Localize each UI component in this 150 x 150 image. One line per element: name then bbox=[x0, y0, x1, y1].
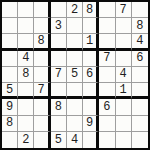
empty-cell-r4c3[interactable] bbox=[34, 51, 50, 67]
given-cell-r1c8: 7 bbox=[116, 2, 132, 18]
given-cell-r6c8: 1 bbox=[116, 83, 132, 99]
given-cell-r5c5: 5 bbox=[67, 67, 83, 83]
empty-cell-r1c9[interactable] bbox=[132, 2, 148, 18]
given-cell-r3c6: 1 bbox=[83, 34, 99, 50]
given-cell-r8c6: 9 bbox=[83, 116, 99, 132]
empty-cell-r2c2[interactable] bbox=[18, 18, 34, 34]
empty-cell-r9c8[interactable] bbox=[116, 132, 132, 148]
empty-cell-r4c1[interactable] bbox=[2, 51, 18, 67]
empty-cell-r5c3[interactable] bbox=[34, 67, 50, 83]
empty-cell-r1c4[interactable] bbox=[51, 2, 67, 18]
empty-cell-r7c9[interactable] bbox=[132, 99, 148, 115]
empty-cell-r8c5[interactable] bbox=[67, 116, 83, 132]
given-cell-r4c2: 4 bbox=[18, 51, 34, 67]
empty-cell-r4c4[interactable] bbox=[51, 51, 67, 67]
empty-cell-r7c5[interactable] bbox=[67, 99, 83, 115]
given-cell-r9c4: 5 bbox=[51, 132, 67, 148]
empty-cell-r1c3[interactable] bbox=[34, 2, 50, 18]
empty-cell-r7c8[interactable] bbox=[116, 99, 132, 115]
given-cell-r2c4: 3 bbox=[51, 18, 67, 34]
empty-cell-r9c7[interactable] bbox=[99, 132, 115, 148]
empty-cell-r5c1[interactable] bbox=[2, 67, 18, 83]
empty-cell-r2c3[interactable] bbox=[34, 18, 50, 34]
empty-cell-r8c9[interactable] bbox=[132, 116, 148, 132]
given-cell-r3c9: 4 bbox=[132, 34, 148, 50]
empty-cell-r2c6[interactable] bbox=[83, 18, 99, 34]
empty-cell-r8c8[interactable] bbox=[116, 116, 132, 132]
empty-cell-r7c3[interactable] bbox=[34, 99, 50, 115]
empty-cell-r8c7[interactable] bbox=[99, 116, 115, 132]
empty-cell-r8c4[interactable] bbox=[51, 116, 67, 132]
empty-cell-r1c1[interactable] bbox=[2, 2, 18, 18]
given-cell-r4c9: 6 bbox=[132, 51, 148, 67]
given-cell-r9c2: 2 bbox=[18, 132, 34, 148]
empty-cell-r4c5[interactable] bbox=[67, 51, 83, 67]
empty-cell-r3c1[interactable] bbox=[2, 34, 18, 50]
sudoku-grid: 287388144768756457198689254 bbox=[2, 2, 148, 148]
empty-cell-r9c1[interactable] bbox=[2, 132, 18, 148]
empty-cell-r9c9[interactable] bbox=[132, 132, 148, 148]
given-cell-r2c9: 8 bbox=[132, 18, 148, 34]
empty-cell-r3c8[interactable] bbox=[116, 34, 132, 50]
empty-cell-r6c6[interactable] bbox=[83, 83, 99, 99]
empty-cell-r2c8[interactable] bbox=[116, 18, 132, 34]
empty-cell-r7c2[interactable] bbox=[18, 99, 34, 115]
empty-cell-r1c7[interactable] bbox=[99, 2, 115, 18]
empty-cell-r6c4[interactable] bbox=[51, 83, 67, 99]
given-cell-r5c6: 6 bbox=[83, 67, 99, 83]
sudoku-board: 287388144768756457198689254 bbox=[0, 0, 150, 150]
given-cell-r7c7: 6 bbox=[99, 99, 115, 115]
empty-cell-r9c3[interactable] bbox=[34, 132, 50, 148]
given-cell-r6c1: 5 bbox=[2, 83, 18, 99]
empty-cell-r6c7[interactable] bbox=[99, 83, 115, 99]
given-cell-r1c5: 2 bbox=[67, 2, 83, 18]
empty-cell-r3c4[interactable] bbox=[51, 34, 67, 50]
empty-cell-r8c2[interactable] bbox=[18, 116, 34, 132]
empty-cell-r5c9[interactable] bbox=[132, 67, 148, 83]
empty-cell-r2c7[interactable] bbox=[99, 18, 115, 34]
empty-cell-r6c9[interactable] bbox=[132, 83, 148, 99]
empty-cell-r9c6[interactable] bbox=[83, 132, 99, 148]
empty-cell-r2c1[interactable] bbox=[2, 18, 18, 34]
given-cell-r6c3: 7 bbox=[34, 83, 50, 99]
empty-cell-r8c3[interactable] bbox=[34, 116, 50, 132]
given-cell-r3c3: 8 bbox=[34, 34, 50, 50]
empty-cell-r3c5[interactable] bbox=[67, 34, 83, 50]
given-cell-r5c4: 7 bbox=[51, 67, 67, 83]
given-cell-r5c2: 8 bbox=[18, 67, 34, 83]
given-cell-r7c4: 8 bbox=[51, 99, 67, 115]
given-cell-r5c8: 4 bbox=[116, 67, 132, 83]
empty-cell-r4c6[interactable] bbox=[83, 51, 99, 67]
given-cell-r4c7: 7 bbox=[99, 51, 115, 67]
given-cell-r1c6: 8 bbox=[83, 2, 99, 18]
empty-cell-r3c2[interactable] bbox=[18, 34, 34, 50]
given-cell-r7c1: 9 bbox=[2, 99, 18, 115]
given-cell-r8c1: 8 bbox=[2, 116, 18, 132]
empty-cell-r7c6[interactable] bbox=[83, 99, 99, 115]
empty-cell-r6c5[interactable] bbox=[67, 83, 83, 99]
empty-cell-r3c7[interactable] bbox=[99, 34, 115, 50]
given-cell-r9c5: 4 bbox=[67, 132, 83, 148]
empty-cell-r2c5[interactable] bbox=[67, 18, 83, 34]
empty-cell-r5c7[interactable] bbox=[99, 67, 115, 83]
empty-cell-r6c2[interactable] bbox=[18, 83, 34, 99]
empty-cell-r4c8[interactable] bbox=[116, 51, 132, 67]
empty-cell-r1c2[interactable] bbox=[18, 2, 34, 18]
